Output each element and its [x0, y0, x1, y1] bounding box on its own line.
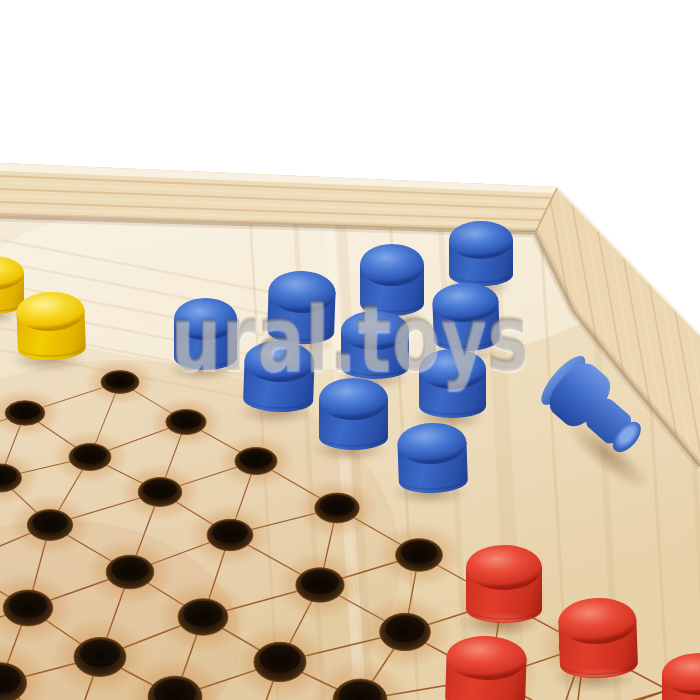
pieces-layer	[0, 0, 700, 700]
game-piece-blue[interactable]	[360, 244, 424, 316]
game-piece-yellow[interactable]	[16, 291, 86, 361]
game-piece-red[interactable]	[558, 597, 639, 680]
game-piece-blue[interactable]	[419, 349, 486, 418]
game-piece-red[interactable]	[445, 635, 528, 700]
game-piece-blue[interactable]	[449, 221, 513, 286]
piece-seam	[343, 356, 407, 376]
piece-top	[319, 378, 388, 420]
game-piece-red[interactable]	[662, 653, 700, 700]
piece-seam	[421, 395, 484, 416]
game-piece-blue[interactable]	[267, 270, 337, 345]
piece-seam	[321, 426, 386, 448]
piece-top	[449, 221, 513, 259]
game-piece-blue-tipped[interactable]	[535, 350, 656, 466]
game-piece-blue[interactable]	[397, 422, 468, 494]
piece-seam	[362, 292, 422, 314]
piece-seam	[468, 597, 539, 620]
piece-seam	[176, 346, 235, 368]
game-piece-blue[interactable]	[174, 298, 237, 370]
piece-top	[419, 349, 486, 389]
game-piece-blue[interactable]	[319, 378, 388, 450]
piece-top	[466, 545, 542, 590]
piece-top	[174, 298, 237, 340]
piece-top	[360, 244, 424, 286]
game-piece-blue[interactable]	[341, 311, 409, 379]
game-piece-blue[interactable]	[432, 282, 500, 352]
product-photo: ural.toys	[0, 0, 700, 700]
game-piece-red[interactable]	[466, 545, 542, 623]
game-piece-blue[interactable]	[243, 340, 315, 413]
